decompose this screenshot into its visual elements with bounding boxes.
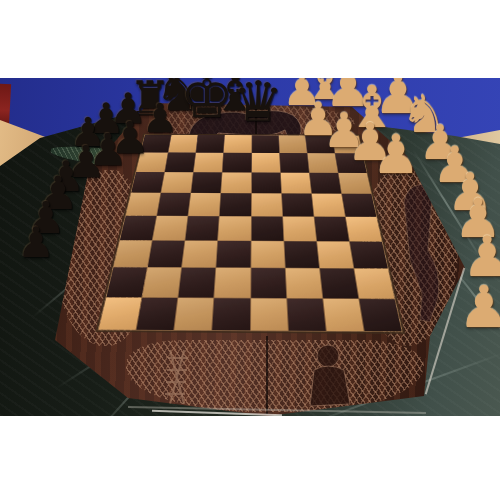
square-a4[interactable] xyxy=(120,216,156,240)
square-f4[interactable] xyxy=(283,216,316,240)
square-a6[interactable] xyxy=(131,172,164,192)
light-chess-piece[interactable]: ♟ xyxy=(372,128,420,182)
square-h5[interactable] xyxy=(342,194,376,216)
square-b6[interactable] xyxy=(161,172,193,193)
square-d8[interactable] xyxy=(224,135,251,153)
square-f7[interactable] xyxy=(280,153,309,172)
square-b3[interactable] xyxy=(148,241,185,268)
square-c6[interactable] xyxy=(191,172,222,193)
square-d6[interactable] xyxy=(221,172,250,193)
dark-chess-piece[interactable]: ♟ xyxy=(17,222,55,264)
square-g6[interactable] xyxy=(310,173,342,194)
square-c2[interactable] xyxy=(179,268,216,297)
carved-ladder-motif xyxy=(150,346,240,408)
square-b4[interactable] xyxy=(153,216,188,240)
square-h4[interactable] xyxy=(346,217,382,241)
square-g3[interactable] xyxy=(317,241,353,268)
square-h2[interactable] xyxy=(354,269,394,298)
board-crack xyxy=(266,336,268,414)
square-e6[interactable] xyxy=(252,173,281,194)
square-h1[interactable] xyxy=(359,299,401,331)
dark-chess-piece[interactable]: ♚ xyxy=(180,78,234,126)
square-a5[interactable] xyxy=(126,193,161,215)
square-b2[interactable] xyxy=(143,268,182,297)
square-g2[interactable] xyxy=(320,269,358,298)
square-c5[interactable] xyxy=(189,193,221,215)
square-a3[interactable] xyxy=(114,240,152,267)
square-f1[interactable] xyxy=(287,298,326,330)
square-d2[interactable] xyxy=(215,268,250,297)
square-e3[interactable] xyxy=(251,241,284,268)
square-b7[interactable] xyxy=(165,153,195,172)
square-e5[interactable] xyxy=(251,194,282,216)
square-a1[interactable] xyxy=(99,297,142,329)
square-c1[interactable] xyxy=(175,298,214,330)
square-g5[interactable] xyxy=(312,194,345,216)
square-e7[interactable] xyxy=(252,153,280,172)
square-d3[interactable] xyxy=(217,241,251,268)
square-f5[interactable] xyxy=(282,194,314,216)
chess-set-photo: ♜♞♚♝♛♟♟♟♟♟♟♟♟♟♟♟♟♝♟♝♟♞♟♟♟♟♟♟♟♟♟♟ xyxy=(0,78,500,416)
square-c7[interactable] xyxy=(194,153,223,172)
square-d7[interactable] xyxy=(223,153,251,172)
square-h6[interactable] xyxy=(338,173,371,194)
light-chess-piece[interactable]: ♟ xyxy=(458,278,500,336)
square-f3[interactable] xyxy=(284,241,319,268)
square-d4[interactable] xyxy=(218,216,250,240)
square-b1[interactable] xyxy=(137,298,178,330)
square-e2[interactable] xyxy=(251,268,286,297)
square-d5[interactable] xyxy=(220,193,251,215)
square-g1[interactable] xyxy=(323,299,364,331)
square-h3[interactable] xyxy=(350,242,388,269)
square-b5[interactable] xyxy=(157,193,190,215)
square-e4[interactable] xyxy=(251,216,283,240)
square-e8[interactable] xyxy=(252,135,279,153)
square-d1[interactable] xyxy=(213,298,250,330)
carved-figure-motif xyxy=(290,340,370,410)
square-c3[interactable] xyxy=(182,241,217,268)
square-c4[interactable] xyxy=(186,216,220,240)
dark-chess-piece[interactable]: ♛ xyxy=(233,78,283,130)
square-f6[interactable] xyxy=(281,173,311,194)
square-g4[interactable] xyxy=(314,217,349,241)
square-c8[interactable] xyxy=(196,135,224,153)
square-f2[interactable] xyxy=(285,269,322,298)
square-e1[interactable] xyxy=(251,298,288,330)
square-a2[interactable] xyxy=(107,268,147,297)
